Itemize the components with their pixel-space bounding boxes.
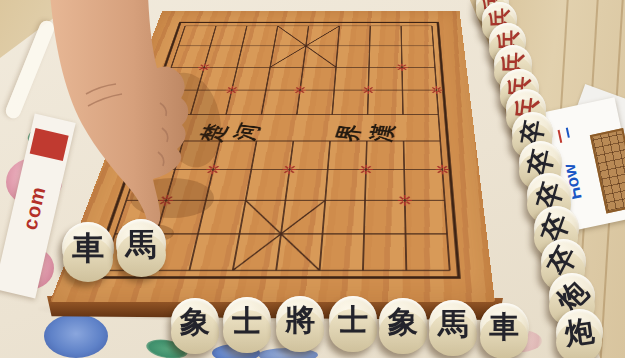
xiangqi-piece-black: 馬 xyxy=(429,300,477,348)
xiangqi-piece-black: 將 xyxy=(276,296,324,344)
piece-character: 馬 xyxy=(126,229,157,260)
piece-character: 車 xyxy=(72,232,104,264)
xiangqi-piece-black: 士 xyxy=(223,297,271,345)
piece-character: 象 xyxy=(180,307,210,337)
xiangqi-piece-black: 車 xyxy=(480,303,529,352)
xiangqi-piece-black: 炮 xyxy=(556,309,603,356)
piece-character: 炮 xyxy=(563,316,596,349)
piece-character: 象 xyxy=(388,307,418,337)
piece-character: 馬 xyxy=(438,309,468,339)
piece-character: 士 xyxy=(338,305,368,335)
piece-character: 士 xyxy=(232,306,262,336)
xiangqi-piece-black: 車 xyxy=(62,222,114,274)
xiangqi-setup-photo: com xyxy=(0,0,625,358)
xiangqi-piece-black: 士 xyxy=(329,296,377,344)
piece-character: 車 xyxy=(489,312,519,342)
piece-character: 將 xyxy=(285,305,315,335)
pieces-layer: 車馬象士將士象馬車兵兵兵兵兵兵卒卒卒卒卒炮炮 xyxy=(0,0,625,358)
xiangqi-piece-black: 象 xyxy=(171,298,219,346)
xiangqi-piece-black: 馬 xyxy=(116,219,166,269)
xiangqi-piece-black: 象 xyxy=(379,298,427,346)
